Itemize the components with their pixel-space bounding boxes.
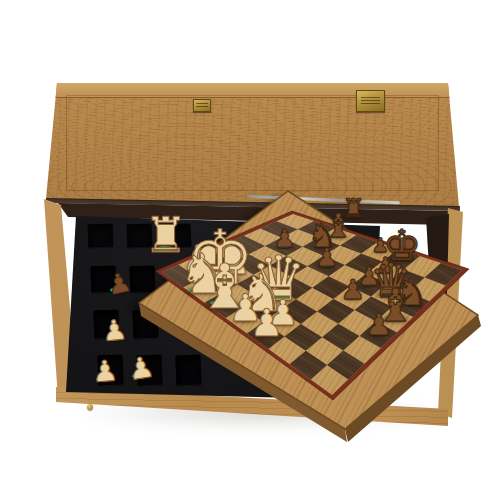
piece-black-pawn-d6: ♟ <box>316 246 338 271</box>
piece-black-pawn-h4: ♟ <box>365 310 392 340</box>
piece-black-pawn-f5: ♟ <box>340 276 365 304</box>
piece-white-pawn-e1: ♟ <box>250 305 284 343</box>
chess-set-photo: Wooden chess case with olive wood chessb… <box>0 0 500 500</box>
